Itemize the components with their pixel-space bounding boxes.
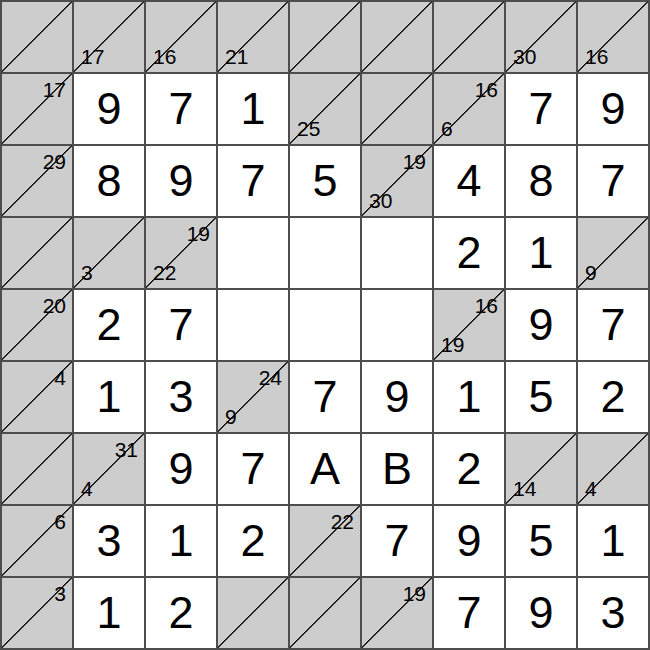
down-clue: 6 [441,118,453,139]
across-clue: 19 [403,583,426,604]
clue-cell-r4c6: 1619 [434,290,504,360]
cell-value: 2 [74,290,144,360]
down-clue: 9 [225,406,237,427]
clue-cell-r0c2: 16 [146,2,216,72]
cell-value: A [290,434,360,504]
across-clue: 20 [43,295,66,316]
cell-value: 7 [506,74,576,144]
cell-value: 7 [362,506,432,576]
cell-value: 3 [146,362,216,432]
entry-cell-r8c8[interactable]: 3 [578,578,648,648]
entry-cell-r7c3[interactable]: 2 [218,506,288,576]
cell-value: 4 [434,146,504,216]
cell-value: 1 [578,506,648,576]
clue-cell-r0c1: 17 [74,2,144,72]
across-clue: 16 [475,79,498,100]
cell-value [290,218,360,288]
cell-value: 9 [146,146,216,216]
down-clue: 16 [585,46,608,67]
down-clue: 4 [585,478,597,499]
down-clue: 19 [441,334,464,355]
entry-cell-r4c7[interactable]: 9 [506,290,576,360]
clue-cell-r1c0: 17 [2,74,72,144]
cell-value: 7 [578,146,648,216]
block-cell-r1c5 [362,74,432,144]
across-clue: 19 [403,151,426,172]
entry-cell-r3c3[interactable] [218,218,288,288]
cell-value [362,290,432,360]
cell-value: 3 [74,506,144,576]
entry-cell-r1c1[interactable]: 9 [74,74,144,144]
cell-value: 9 [506,290,576,360]
entry-cell-r8c2[interactable]: 2 [146,578,216,648]
block-cell-r0c4 [290,2,360,72]
entry-cell-r6c3[interactable]: 7 [218,434,288,504]
clue-cell-r4c0: 20 [2,290,72,360]
cell-value: 2 [146,578,216,648]
block-cell-r0c6 [434,2,504,72]
clue-cell-r2c5: 1930 [362,146,432,216]
entry-cell-r1c8[interactable]: 9 [578,74,648,144]
entry-cell-r5c4[interactable]: 7 [290,362,360,432]
cell-value: 7 [218,434,288,504]
entry-cell-r5c1[interactable]: 1 [74,362,144,432]
across-clue: 6 [54,511,66,532]
clue-cell-r2c0: 29 [2,146,72,216]
entry-cell-r5c2[interactable]: 3 [146,362,216,432]
entry-cell-r3c7[interactable]: 1 [506,218,576,288]
entry-cell-r8c7[interactable]: 9 [506,578,576,648]
entry-cell-r6c5[interactable]: B [362,434,432,504]
cell-value [290,290,360,360]
entry-cell-r5c7[interactable]: 5 [506,362,576,432]
entry-cell-r7c7[interactable]: 5 [506,506,576,576]
cell-value: 9 [362,362,432,432]
down-clue: 9 [585,262,597,283]
across-clue: 4 [54,367,66,388]
entry-cell-r6c6[interactable]: 2 [434,434,504,504]
cell-value [362,218,432,288]
cell-value [218,218,288,288]
entry-cell-r6c4[interactable]: A [290,434,360,504]
down-clue: 25 [297,118,320,139]
entry-cell-r2c4[interactable]: 5 [290,146,360,216]
clue-cell-r7c0: 6 [2,506,72,576]
cell-value: 8 [506,146,576,216]
down-clue: 17 [81,46,104,67]
entry-cell-r7c2[interactable]: 1 [146,506,216,576]
clue-cell-r0c7: 30 [506,2,576,72]
clue-cell-r1c4: 25 [290,74,360,144]
cell-value: 1 [218,74,288,144]
down-clue: 14 [513,478,536,499]
cell-value: 9 [578,74,648,144]
down-clue: 22 [153,262,176,283]
across-clue: 19 [187,223,210,244]
cell-value: 5 [506,506,576,576]
entry-cell-r8c1[interactable]: 1 [74,578,144,648]
entry-cell-r1c2[interactable]: 7 [146,74,216,144]
entry-cell-r8c6[interactable]: 7 [434,578,504,648]
entry-cell-r5c5[interactable]: 9 [362,362,432,432]
cell-value: 8 [74,146,144,216]
clue-cell-r3c1: 3 [74,218,144,288]
entry-cell-r5c6[interactable]: 1 [434,362,504,432]
across-clue: 22 [331,511,354,532]
clue-cell-r0c8: 16 [578,2,648,72]
across-clue: 17 [43,79,66,100]
clue-cell-r5c0: 4 [2,362,72,432]
entry-cell-r7c1[interactable]: 3 [74,506,144,576]
cell-value: 5 [506,362,576,432]
entry-cell-r4c4[interactable] [290,290,360,360]
cell-value: 9 [146,434,216,504]
entry-cell-r1c7[interactable]: 7 [506,74,576,144]
entry-cell-r3c5[interactable] [362,218,432,288]
clue-cell-r1c6: 166 [434,74,504,144]
clue-cell-r3c8: 9 [578,218,648,288]
across-clue: 3 [54,583,66,604]
cell-value: 7 [434,578,504,648]
cell-value: 2 [434,218,504,288]
block-cell-r0c0 [2,2,72,72]
down-clue: 30 [369,190,392,211]
entry-cell-r2c7[interactable]: 8 [506,146,576,216]
across-clue: 29 [43,151,66,172]
entry-cell-r4c5[interactable] [362,290,432,360]
down-clue: 3 [81,262,93,283]
block-cell-r0c5 [362,2,432,72]
cell-value: 3 [578,578,648,648]
cell-value: 7 [290,362,360,432]
entry-cell-r4c2[interactable]: 7 [146,290,216,360]
entry-cell-r7c6[interactable]: 9 [434,506,504,576]
across-clue: 31 [115,439,138,460]
entry-cell-r7c5[interactable]: 7 [362,506,432,576]
clue-cell-r7c4: 22 [290,506,360,576]
block-cell-r8c3 [218,578,288,648]
cell-value: 2 [218,506,288,576]
entry-cell-r2c2[interactable]: 9 [146,146,216,216]
clue-cell-r3c2: 1922 [146,218,216,288]
cell-value: 1 [74,578,144,648]
cell-value: 5 [290,146,360,216]
clue-cell-r6c7: 14 [506,434,576,504]
cell-value: 9 [74,74,144,144]
clue-cell-r8c0: 3 [2,578,72,648]
across-clue: 24 [259,367,282,388]
clue-cell-r0c3: 21 [218,2,288,72]
entry-cell-r4c3[interactable] [218,290,288,360]
entry-cell-r2c8[interactable]: 7 [578,146,648,216]
clue-cell-r6c1: 314 [74,434,144,504]
cell-value: 7 [578,290,648,360]
cell-value: B [362,434,432,504]
down-clue: 4 [81,478,93,499]
down-clue: 21 [225,46,248,67]
clue-cell-r5c3: 249 [218,362,288,432]
cell-value: 7 [146,74,216,144]
cell-value: 1 [506,218,576,288]
entry-cell-r4c1[interactable]: 2 [74,290,144,360]
kakuro-board: 1716213016179712516679298975193048731922… [0,0,650,650]
entry-cell-r6c2[interactable]: 9 [146,434,216,504]
cell-value: 9 [506,578,576,648]
cell-value: 9 [434,506,504,576]
entry-cell-r7c8[interactable]: 1 [578,506,648,576]
down-clue: 16 [153,46,176,67]
entry-cell-r5c8[interactable]: 2 [578,362,648,432]
entry-cell-r4c8[interactable]: 7 [578,290,648,360]
cell-value: 1 [146,506,216,576]
cell-value: 2 [434,434,504,504]
cell-value: 7 [218,146,288,216]
entry-cell-r2c6[interactable]: 4 [434,146,504,216]
block-cell-r6c0 [2,434,72,504]
cell-value: 1 [434,362,504,432]
down-clue: 30 [513,46,536,67]
block-cell-r8c4 [290,578,360,648]
entry-cell-r2c3[interactable]: 7 [218,146,288,216]
clue-cell-r8c5: 19 [362,578,432,648]
entry-cell-r2c1[interactable]: 8 [74,146,144,216]
cell-value: 2 [578,362,648,432]
clue-cell-r6c8: 4 [578,434,648,504]
across-clue: 16 [475,295,498,316]
cell-value [218,290,288,360]
entry-cell-r3c6[interactable]: 2 [434,218,504,288]
entry-cell-r3c4[interactable] [290,218,360,288]
cell-value: 7 [146,290,216,360]
cell-value: 1 [74,362,144,432]
entry-cell-r1c3[interactable]: 1 [218,74,288,144]
block-cell-r3c0 [2,218,72,288]
